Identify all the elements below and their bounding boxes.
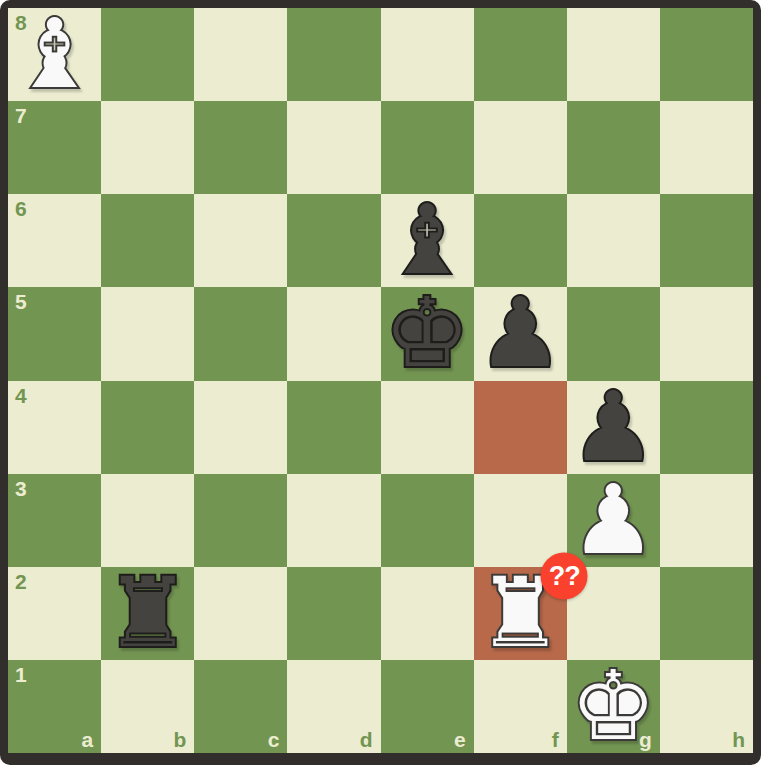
square-g8[interactable] <box>567 8 660 101</box>
file-label-b: b <box>173 728 186 752</box>
file-label-c: c <box>268 728 280 752</box>
square-d1[interactable]: d <box>287 660 380 753</box>
square-b6[interactable] <box>101 194 194 287</box>
square-g6[interactable] <box>567 194 660 287</box>
square-f4[interactable] <box>474 381 567 474</box>
file-label-f: f <box>552 728 559 752</box>
rank-label-6: 6 <box>15 197 27 221</box>
square-a5[interactable]: 5 <box>8 287 101 380</box>
blunder-badge: ?? <box>541 552 588 599</box>
white-pawn[interactable]: ♟ <box>567 474 660 567</box>
square-a8[interactable]: 8♝ <box>8 8 101 101</box>
rank-label-3: 3 <box>15 477 27 501</box>
square-d5[interactable] <box>287 287 380 380</box>
square-h4[interactable] <box>660 381 753 474</box>
black-rook[interactable]: ♜ <box>101 567 194 660</box>
square-c1[interactable]: c <box>194 660 287 753</box>
square-c4[interactable] <box>194 381 287 474</box>
square-h5[interactable] <box>660 287 753 380</box>
square-f5[interactable]: ♟ <box>474 287 567 380</box>
black-pawn[interactable]: ♟ <box>567 381 660 474</box>
square-b4[interactable] <box>101 381 194 474</box>
file-label-d: d <box>360 728 373 752</box>
white-king[interactable]: ♚ <box>567 660 660 753</box>
rank-label-2: 2 <box>15 570 27 594</box>
square-h2[interactable] <box>660 567 753 660</box>
square-e2[interactable] <box>381 567 474 660</box>
square-g5[interactable] <box>567 287 660 380</box>
square-g1[interactable]: g♚ <box>567 660 660 753</box>
square-b2[interactable]: ♜ <box>101 567 194 660</box>
square-f1[interactable]: f <box>474 660 567 753</box>
square-d2[interactable] <box>287 567 380 660</box>
square-b8[interactable] <box>101 8 194 101</box>
square-e1[interactable]: e <box>381 660 474 753</box>
chess-board: 8♝76♝5♚♟4♟3♟2♜♜1abcdefg♚h <box>8 8 753 753</box>
square-d8[interactable] <box>287 8 380 101</box>
square-b3[interactable] <box>101 474 194 567</box>
square-h6[interactable] <box>660 194 753 287</box>
file-label-h: h <box>732 728 745 752</box>
square-d4[interactable] <box>287 381 380 474</box>
square-f3[interactable] <box>474 474 567 567</box>
square-a7[interactable]: 7 <box>8 101 101 194</box>
square-d7[interactable] <box>287 101 380 194</box>
square-c5[interactable] <box>194 287 287 380</box>
rank-label-5: 5 <box>15 290 27 314</box>
square-c6[interactable] <box>194 194 287 287</box>
square-h8[interactable] <box>660 8 753 101</box>
rank-label-4: 4 <box>15 384 27 408</box>
chess-board-frame: 8♝76♝5♚♟4♟3♟2♜♜1abcdefg♚h ?? <box>0 0 761 765</box>
square-f8[interactable] <box>474 8 567 101</box>
square-h7[interactable] <box>660 101 753 194</box>
square-e7[interactable] <box>381 101 474 194</box>
square-c2[interactable] <box>194 567 287 660</box>
square-g4[interactable]: ♟ <box>567 381 660 474</box>
square-g7[interactable] <box>567 101 660 194</box>
square-e8[interactable] <box>381 8 474 101</box>
square-h1[interactable]: h <box>660 660 753 753</box>
square-e4[interactable] <box>381 381 474 474</box>
square-f6[interactable] <box>474 194 567 287</box>
square-a6[interactable]: 6 <box>8 194 101 287</box>
square-a3[interactable]: 3 <box>8 474 101 567</box>
black-pawn[interactable]: ♟ <box>474 287 567 380</box>
square-a1[interactable]: 1a <box>8 660 101 753</box>
square-h3[interactable] <box>660 474 753 567</box>
square-b7[interactable] <box>101 101 194 194</box>
black-king[interactable]: ♚ <box>381 287 474 380</box>
square-b5[interactable] <box>101 287 194 380</box>
rank-label-1: 1 <box>15 663 27 687</box>
black-bishop[interactable]: ♝ <box>381 194 474 287</box>
square-d3[interactable] <box>287 474 380 567</box>
square-f7[interactable] <box>474 101 567 194</box>
file-label-a: a <box>81 728 93 752</box>
square-c7[interactable] <box>194 101 287 194</box>
file-label-e: e <box>454 728 466 752</box>
square-g3[interactable]: ♟ <box>567 474 660 567</box>
square-e3[interactable] <box>381 474 474 567</box>
square-e5[interactable]: ♚ <box>381 287 474 380</box>
square-c8[interactable] <box>194 8 287 101</box>
square-c3[interactable] <box>194 474 287 567</box>
square-b1[interactable]: b <box>101 660 194 753</box>
square-a2[interactable]: 2 <box>8 567 101 660</box>
square-e6[interactable]: ♝ <box>381 194 474 287</box>
square-d6[interactable] <box>287 194 380 287</box>
square-a4[interactable]: 4 <box>8 381 101 474</box>
white-bishop[interactable]: ♝ <box>8 8 101 101</box>
